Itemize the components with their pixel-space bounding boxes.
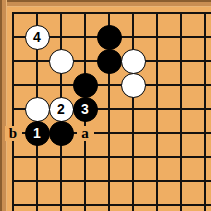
board-edge-frame-left xyxy=(0,0,7,211)
go-board: ba4231 xyxy=(0,0,211,211)
board-edge-frame-top xyxy=(0,0,211,7)
white-stone xyxy=(25,97,50,122)
grid-line-horizontal xyxy=(12,204,211,206)
black-stone xyxy=(49,121,74,146)
white-stone xyxy=(49,49,74,74)
point-label-b: b xyxy=(5,126,22,141)
black-stone xyxy=(73,73,98,98)
white-stone xyxy=(121,73,146,98)
point-label-a: a xyxy=(77,126,94,141)
black-stone xyxy=(97,25,122,50)
grid-line-horizontal xyxy=(12,180,211,182)
stone-move-number: 1 xyxy=(33,126,41,140)
black-stone-move-1: 1 xyxy=(25,121,50,146)
grid-line-vertical xyxy=(204,12,206,211)
stone-move-number: 3 xyxy=(81,102,89,116)
stone-move-number: 4 xyxy=(33,30,41,44)
white-stone-move-2: 2 xyxy=(49,97,74,122)
white-stone xyxy=(121,49,146,74)
stone-move-number: 2 xyxy=(57,102,65,116)
black-stone-move-3: 3 xyxy=(73,97,98,122)
black-stone xyxy=(97,49,122,74)
white-stone-move-4: 4 xyxy=(25,25,50,50)
